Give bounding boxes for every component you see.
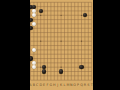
coord-label: L [64,83,66,87]
star-point [60,67,61,68]
letterbox-left [0,0,30,90]
coord-label: S [87,83,89,87]
black-stone-A6 [30,56,33,60]
coord-label: P [77,83,79,87]
white-stone-B14 [32,22,36,26]
star-point [60,15,61,16]
black-stone-Q4 [79,65,83,69]
black-stone-A15 [30,18,33,22]
coord-label: Q [80,83,83,87]
goban[interactable]: ABCDEFGHJKLMNOPQRST [30,0,93,90]
white-stone-B8 [32,48,36,52]
star-point [81,41,82,42]
star-point [60,41,61,42]
black-stone-K3 [59,69,63,73]
coord-label: K [60,83,63,87]
star-point [40,41,41,42]
star-point [40,15,41,16]
coord-label: H [53,83,56,87]
coord-label: F [47,83,49,87]
go-app-screen: ABCDEFGHJKLMNOPQRST [0,0,120,90]
coord-label: E [43,83,45,87]
letterbox-right [93,0,120,90]
coord-label: O [73,83,76,87]
black-stone-E3 [42,69,46,73]
star-point [81,15,82,16]
coord-label: M [66,83,69,87]
coord-label: J [56,83,58,87]
black-stone-D17 [39,9,43,13]
coord-label: D [39,83,42,87]
